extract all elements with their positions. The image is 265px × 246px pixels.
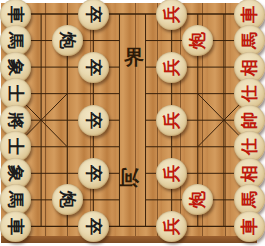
piece-black-炮[interactable]: 炮: [52, 184, 83, 215]
piece-black-卒[interactable]: 卒: [78, 105, 109, 136]
piece-red-兵[interactable]: 兵: [156, 211, 187, 242]
piece-red-兵[interactable]: 兵: [156, 158, 187, 189]
piece-black-炮[interactable]: 炮: [52, 25, 83, 56]
piece-glyph: 將: [7, 112, 24, 129]
piece-glyph: 車: [241, 6, 258, 23]
piece-glyph: 馬: [7, 191, 24, 208]
piece-glyph: 炮: [189, 32, 206, 49]
piece-glyph: 帥: [241, 112, 258, 129]
river-label-jie: 界: [122, 45, 146, 69]
piece-glyph: 兵: [163, 218, 180, 235]
piece-glyph: 兵: [163, 165, 180, 182]
piece-glyph: 士: [7, 85, 24, 102]
piece-glyph: 象: [7, 59, 24, 76]
piece-glyph: 炮: [59, 32, 76, 49]
piece-glyph: 象: [7, 165, 24, 182]
piece-black-卒[interactable]: 卒: [78, 0, 109, 30]
piece-red-兵[interactable]: 兵: [156, 52, 187, 83]
piece-glyph: 馬: [241, 32, 258, 49]
piece-glyph: 卒: [85, 165, 102, 182]
piece-glyph: 車: [241, 218, 258, 235]
piece-glyph: 卒: [85, 6, 102, 23]
piece-glyph: 仕: [241, 138, 258, 155]
piece-red-兵[interactable]: 兵: [156, 0, 187, 30]
piece-glyph: 仕: [241, 85, 258, 102]
piece-glyph: 馬: [7, 32, 24, 49]
river-label-he: 河: [117, 166, 141, 190]
piece-glyph: 馬: [241, 191, 258, 208]
piece-glyph: 兵: [163, 59, 180, 76]
piece-black-卒[interactable]: 卒: [78, 52, 109, 83]
piece-black-卒[interactable]: 卒: [78, 211, 109, 242]
xiangqi-photo: 界 河 車馬象士將士象馬車炮炮卒卒卒卒卒兵兵兵兵兵炮炮車馬相仕帥仕相馬車: [0, 0, 265, 246]
piece-glyph: 相: [241, 165, 258, 182]
piece-black-車[interactable]: 車: [0, 211, 31, 242]
piece-glyph: 車: [7, 218, 24, 235]
piece-black-卒[interactable]: 卒: [78, 158, 109, 189]
piece-glyph: 卒: [85, 59, 102, 76]
piece-glyph: 相: [241, 59, 258, 76]
piece-glyph: 卒: [85, 112, 102, 129]
piece-glyph: 炮: [59, 191, 76, 208]
board-grid-lines: [0, 0, 265, 246]
piece-red-車[interactable]: 車: [234, 211, 265, 242]
piece-red-兵[interactable]: 兵: [156, 105, 187, 136]
piece-glyph: 兵: [163, 112, 180, 129]
piece-glyph: 車: [7, 6, 24, 23]
piece-glyph: 兵: [163, 6, 180, 23]
piece-glyph: 卒: [85, 218, 102, 235]
piece-glyph: 士: [7, 138, 24, 155]
piece-glyph: 炮: [189, 191, 206, 208]
